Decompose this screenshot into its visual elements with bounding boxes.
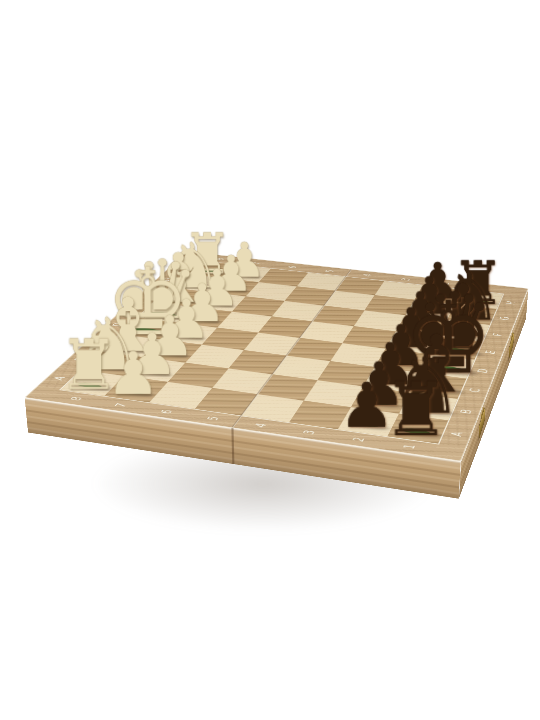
fold-seam-front xyxy=(231,428,234,465)
chess-board: 87654321 87654321 HGFEDCBA HGFEDCBA ♜︎♞︎… xyxy=(25,252,529,462)
photo-scene: 87654321 87654321 HGFEDCBA HGFEDCBA ♜︎♞︎… xyxy=(0,0,540,720)
